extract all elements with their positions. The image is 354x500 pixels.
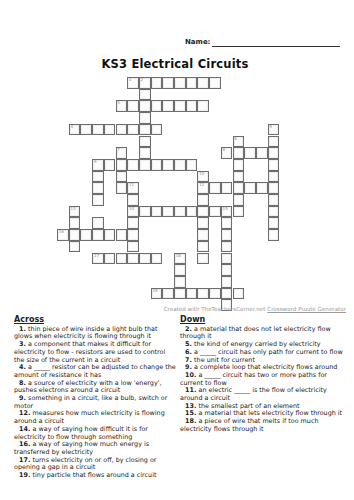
grid-cell <box>221 264 233 276</box>
grid-cell <box>256 147 268 159</box>
grid-cell <box>186 288 198 300</box>
grid-cell <box>268 147 280 159</box>
grid-cell <box>127 253 139 265</box>
clue-list-number: 8. <box>19 379 28 387</box>
grid-cell <box>233 288 245 300</box>
grid-cell <box>174 206 186 218</box>
grid-cell <box>69 229 81 241</box>
grid-cell <box>151 206 163 218</box>
grid-cell <box>244 182 256 194</box>
grid-cell <box>139 112 151 124</box>
grid-cell: 13 <box>69 206 81 218</box>
grid-cell <box>174 276 186 288</box>
grid-cell <box>221 182 233 194</box>
grid-cell <box>127 241 139 253</box>
clue-number: 15 <box>223 207 228 212</box>
down-clue: 11. an electric _____ is the flow of ele… <box>180 387 346 402</box>
grid-cell <box>233 147 245 159</box>
grid-cell <box>221 288 233 300</box>
grid-cell <box>268 217 280 229</box>
clue-list-number: 9. <box>19 394 28 402</box>
clue-list-number: 14. <box>19 425 33 433</box>
grid-cell <box>92 217 104 229</box>
credit-prefix: Created with TheTeachersCorner.net <box>164 306 268 312</box>
grid-cell <box>268 182 280 194</box>
clue-number: 6 <box>234 137 237 142</box>
clue-list-number: 19. <box>19 471 33 479</box>
grid-cell <box>197 253 209 265</box>
clue-list-number: 3. <box>19 340 28 348</box>
grid-cell <box>104 124 116 136</box>
clue-number: 14 <box>129 207 134 212</box>
grid-cell <box>162 77 174 89</box>
clue-number: 2 <box>141 78 144 83</box>
across-clue: 17. turns electricity on or off, by clos… <box>14 457 176 472</box>
grid-cell <box>221 253 233 265</box>
grid-cell <box>162 100 174 112</box>
grid-cell: 11 <box>127 182 139 194</box>
grid-cell <box>197 217 209 229</box>
grid-cell: 15 <box>221 206 233 218</box>
grid-cell <box>139 159 151 171</box>
name-label: Name: <box>185 38 210 46</box>
grid-cell <box>151 77 163 89</box>
grid-cell <box>139 89 151 101</box>
grid-cell <box>80 124 92 136</box>
grid-cell <box>127 217 139 229</box>
grid-cell <box>116 159 128 171</box>
clue-number: 13 <box>70 207 75 212</box>
grid-cell <box>92 229 104 241</box>
down-clue-list: 2. a material that does not let electric… <box>180 326 346 434</box>
across-clue: 1. thin piece of wire inside a light bul… <box>14 326 176 341</box>
grid-cell <box>92 124 104 136</box>
grid-cell <box>116 182 128 194</box>
grid-cell: 8 <box>221 147 233 159</box>
grid-cell <box>221 217 233 229</box>
grid-cell: 14 <box>127 206 139 218</box>
grid-cell <box>104 229 116 241</box>
grid-cell <box>186 206 198 218</box>
grid-cell <box>174 77 186 89</box>
grid-cell <box>197 241 209 253</box>
grid-cell: 9 <box>92 159 104 171</box>
grid-cell <box>69 217 81 229</box>
grid-cell <box>139 206 151 218</box>
grid-cell: 1 <box>127 77 139 89</box>
grid-cell: 5 <box>268 124 280 136</box>
clue-list-number: 11. <box>185 386 199 394</box>
clue-number: 11 <box>129 183 134 188</box>
grid-cell <box>197 194 209 206</box>
clue-list-number: 18. <box>185 417 199 425</box>
across-clue: 8. a source of electricity with a low 'e… <box>14 380 176 395</box>
grid-cell <box>221 241 233 253</box>
grid-cell <box>268 159 280 171</box>
grid-cell <box>244 147 256 159</box>
clue-number: 1 <box>129 78 132 83</box>
grid-cell <box>186 159 198 171</box>
clue-number: 9 <box>94 160 97 165</box>
grid-cell <box>139 253 151 265</box>
grid-cell <box>256 182 268 194</box>
grid-cell <box>174 264 186 276</box>
clue-number: 12 <box>199 183 204 188</box>
grid-cell <box>233 159 245 171</box>
clue-list-number: 4. <box>19 363 28 371</box>
across-clue: 9. something in a circuit, like a bulb, … <box>14 395 176 410</box>
clue-number: 5 <box>269 125 272 130</box>
grid-cell: 3 <box>116 100 128 112</box>
grid-cell <box>139 136 151 148</box>
grid-cell <box>162 288 174 300</box>
grid-cell <box>268 194 280 206</box>
clue-list-number: 17. <box>19 456 33 464</box>
grid-cell <box>151 100 163 112</box>
across-clue: 4. a _____ resistor can be adjusted to c… <box>14 364 176 379</box>
clue-list-number: 16. <box>19 440 33 448</box>
page-title: KS3 Electrical Circuits <box>57 57 293 71</box>
grid-cell <box>139 100 151 112</box>
grid-cell <box>127 194 139 206</box>
down-heading: Down <box>180 316 346 324</box>
grid-cell <box>116 229 128 241</box>
grid-cell: 7 <box>116 147 128 159</box>
down-clue: 10. a _____ circuit has two or more path… <box>180 372 346 387</box>
clue-number: 3 <box>117 101 120 106</box>
across-clue: 3. a component that makes it difficult f… <box>14 341 176 364</box>
grid-cell <box>233 182 245 194</box>
across-clue: 14. a way of saying how difficult it is … <box>14 426 176 441</box>
clue-number: 18 <box>176 254 181 259</box>
across-clue: 19. tiny particle that flows around a ci… <box>14 472 176 480</box>
clue-list-number: 10. <box>185 371 199 379</box>
clue-list-number: 1. <box>19 325 28 333</box>
grid-cell <box>151 253 163 265</box>
grid-cell <box>174 159 186 171</box>
grid-cell: 19 <box>151 288 163 300</box>
clue-number: 8 <box>223 148 226 153</box>
grid-cell <box>209 206 221 218</box>
grid-cell <box>268 136 280 148</box>
across-heading: Across <box>14 316 176 324</box>
grid-cell <box>116 124 128 136</box>
crossword-grid: 12345678910111213141516171819 <box>57 77 294 313</box>
across-clues-section: Across 1. thin piece of wire inside a li… <box>14 316 176 480</box>
clue-number: 4 <box>70 125 73 130</box>
clue-list-number: 12. <box>19 409 33 417</box>
grid-cell <box>186 77 198 89</box>
clue-number: 19 <box>152 289 157 294</box>
grid-cell <box>127 100 139 112</box>
grid-cell <box>151 159 163 171</box>
grid-cell: 4 <box>69 124 81 136</box>
clue-list-number: 2. <box>185 325 194 333</box>
grid-cell: 18 <box>174 253 186 265</box>
grid-cell: 12 <box>197 182 209 194</box>
grid-cell <box>127 229 139 241</box>
across-clue: 16. a way of saying how much energy is t… <box>14 441 176 456</box>
grid-cell <box>92 182 104 194</box>
grid-cell: 6 <box>233 136 245 148</box>
grid-cell <box>233 171 245 183</box>
grid-cell <box>221 276 233 288</box>
grid-cell <box>197 206 209 218</box>
grid-cell: 17 <box>92 253 104 265</box>
grid-cell <box>209 182 221 194</box>
grid-cell <box>69 241 81 253</box>
grid-cell <box>209 77 221 89</box>
grid-cell <box>151 124 163 136</box>
grid-cell: 16 <box>57 229 69 241</box>
grid-cell <box>268 229 280 241</box>
grid-cell <box>197 288 209 300</box>
grid-cell <box>104 159 116 171</box>
worksheet-page: Name: KS3 Electrical Circuits 1234567891… <box>0 0 354 500</box>
down-clues-section: Down 2. a material that does not let ele… <box>180 316 346 434</box>
grid-cell <box>127 124 139 136</box>
grid-cell <box>162 159 174 171</box>
grid-cell <box>209 288 221 300</box>
generator-link[interactable]: Crossword Puzzle Generator <box>267 306 346 312</box>
grid-cell: 10 <box>197 171 209 183</box>
clue-number: 16 <box>59 230 64 235</box>
name-blank-line <box>212 46 340 47</box>
grid-cell <box>127 159 139 171</box>
generator-credit: Created with TheTeachersCorner.net Cross… <box>0 306 346 312</box>
down-clue: 2. a material that does not let electric… <box>180 326 346 341</box>
clue-number: 10 <box>199 172 204 177</box>
grid-cell <box>80 229 92 241</box>
grid-cell <box>268 171 280 183</box>
grid-cell <box>92 194 104 206</box>
grid-cell <box>197 229 209 241</box>
grid-cell: 2 <box>139 77 151 89</box>
grid-cell <box>268 206 280 218</box>
grid-cell <box>139 124 151 136</box>
grid-cell <box>174 100 186 112</box>
grid-cell <box>221 229 233 241</box>
grid-cell <box>197 77 209 89</box>
grid-cell <box>233 194 245 206</box>
grid-cell <box>104 253 116 265</box>
grid-cell <box>139 147 151 159</box>
grid-cell <box>186 100 198 112</box>
grid-cell <box>92 171 104 183</box>
grid-cell <box>233 206 245 218</box>
grid-cell <box>116 253 128 265</box>
down-clue: 18. a piece of wire that melts if too mu… <box>180 418 346 433</box>
grid-cell <box>174 288 186 300</box>
across-clue: 12. measures how much electricity is flo… <box>14 410 176 425</box>
grid-cell <box>116 171 128 183</box>
clue-number: 17 <box>94 254 99 259</box>
grid-cell <box>197 100 209 112</box>
grid-cell <box>162 206 174 218</box>
across-clue-list: 1. thin piece of wire inside a light bul… <box>14 326 176 480</box>
clue-number: 7 <box>117 148 120 153</box>
